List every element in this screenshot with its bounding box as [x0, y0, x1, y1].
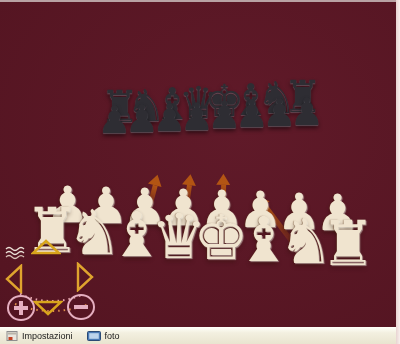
square-b5[interactable] — [105, 154, 141, 172]
rotate-up-button[interactable] — [31, 239, 61, 255]
square-h5[interactable] — [295, 148, 337, 168]
game-screen: ♜♞♝♛♚♝♞♜♟♟♟♟♟♟♟♟♟♟♟♟♟♟♟♟♜♞♝♛♚♝♞♜ — [0, 0, 400, 344]
window-edge-right — [396, 0, 400, 344]
settings-button[interactable]: Impostazioni — [4, 329, 75, 344]
wave-marks-icon — [5, 246, 27, 260]
settings-icon — [6, 330, 18, 342]
window-edge-top — [0, 0, 400, 2]
piece-white-rook-h1[interactable]: ♜ — [320, 213, 376, 275]
rotate-down-button[interactable] — [33, 300, 63, 316]
settings-label: Impostazioni — [22, 331, 73, 341]
square-a6[interactable] — [87, 140, 121, 156]
photo-button[interactable]: foto — [85, 329, 122, 344]
square-d5[interactable] — [164, 152, 199, 171]
camera-icon — [87, 330, 101, 342]
piece-black-pawn-h7[interactable]: ♟ — [290, 93, 324, 131]
square-e5[interactable] — [196, 151, 230, 170]
square-f5[interactable] — [229, 150, 264, 169]
camera-control — [0, 232, 110, 328]
photo-label: foto — [105, 331, 120, 341]
square-a5[interactable] — [77, 155, 113, 173]
zoom-in-button[interactable] — [6, 294, 36, 322]
square-h6[interactable] — [292, 131, 331, 149]
statusbar: Impostazioni foto — [0, 327, 400, 344]
square-g5[interactable] — [262, 149, 300, 169]
zoom-out-button[interactable] — [66, 293, 96, 321]
square-c5[interactable] — [134, 153, 169, 171]
